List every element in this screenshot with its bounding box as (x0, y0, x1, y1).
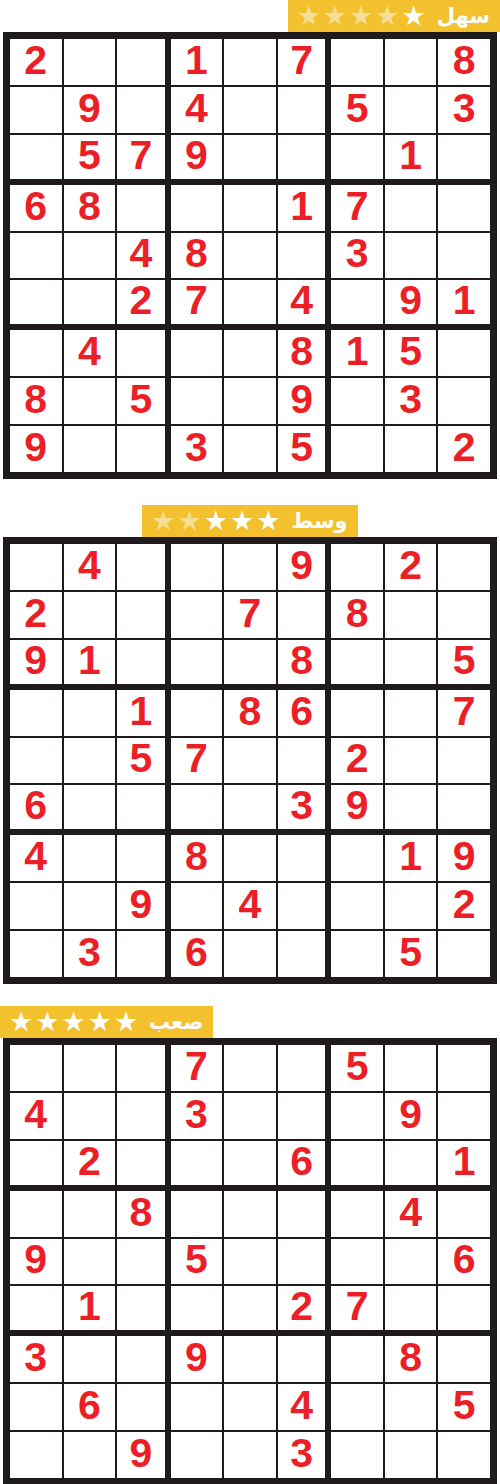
cell-r8c9[interactable]: 5 (437, 1383, 491, 1431)
cell-r6c9[interactable]: 1 (437, 279, 491, 329)
cell-r9c5[interactable] (223, 930, 277, 978)
cell-r4c9[interactable]: 7 (437, 689, 491, 737)
difficulty-stars: ★★★★★ (297, 1, 428, 31)
cell-r4c2[interactable] (63, 1190, 117, 1238)
cell-r7c3[interactable] (116, 329, 170, 377)
cell-r3c2[interactable]: 2 (63, 1140, 117, 1190)
cell-r9c3[interactable] (116, 425, 170, 473)
cell-r4c7[interactable]: 7 (330, 184, 384, 232)
cell-r2c6[interactable] (277, 591, 331, 639)
cell-r8c1[interactable] (9, 1383, 63, 1431)
cell-r9c4[interactable]: 3 (170, 425, 224, 473)
cell-r7c9[interactable] (437, 1335, 491, 1383)
cell-r6c9[interactable] (437, 1285, 491, 1335)
cell-r2c3[interactable] (116, 591, 170, 639)
cell-r5c3[interactable] (116, 1238, 170, 1286)
cell-r3c1[interactable] (9, 134, 63, 184)
cell-r2c7[interactable]: 8 (330, 591, 384, 639)
sudoku-page: ★★★★★ سهل 217894535791681748327491481585… (0, 0, 500, 1484)
cell-r6c7[interactable] (330, 279, 384, 329)
cell-r6c2[interactable] (63, 279, 117, 329)
cell-r7c9[interactable]: 9 (437, 834, 491, 882)
cell-r9c7[interactable] (330, 930, 384, 978)
cell-r9c4[interactable] (170, 1431, 224, 1479)
puzzle-easy: ★★★★★ سهل 217894535791681748327491481585… (0, 0, 500, 479)
cell-r6c8[interactable]: 9 (384, 279, 438, 329)
cell-r1c8[interactable] (384, 38, 438, 86)
cell-r1c7[interactable] (330, 38, 384, 86)
cell-r2c2[interactable] (63, 591, 117, 639)
difficulty-stars: ★★★★★ (151, 506, 282, 536)
cell-r1c9[interactable] (437, 543, 491, 591)
cell-r5c2[interactable] (63, 1238, 117, 1286)
cell-r2c9[interactable] (437, 1092, 491, 1140)
difficulty-label: صعب (149, 1007, 203, 1037)
cell-r3c5[interactable] (223, 639, 277, 689)
star-dim-icon: ★ (349, 1, 375, 31)
cell-r8c6[interactable] (277, 882, 331, 930)
cell-r4c6[interactable]: 1 (277, 184, 331, 232)
cell-r4c6[interactable]: 6 (277, 689, 331, 737)
difficulty-label: وسط (291, 506, 347, 536)
cell-r2c1[interactable] (9, 86, 63, 134)
cell-r8c4[interactable] (170, 882, 224, 930)
cell-r1c8[interactable] (384, 1044, 438, 1092)
cell-r1c1[interactable] (9, 543, 63, 591)
cell-r4c3[interactable]: 1 (116, 689, 170, 737)
cell-r5c6[interactable] (277, 232, 331, 280)
cell-r5c7[interactable]: 2 (330, 737, 384, 785)
cell-r8c1[interactable] (9, 882, 63, 930)
cell-r7c2[interactable] (63, 1335, 117, 1383)
cell-r3c3[interactable]: 7 (116, 134, 170, 184)
cell-r9c2[interactable] (63, 425, 117, 473)
banner-row-medium: ★★★★★ وسط (0, 505, 500, 537)
cell-r2c4[interactable] (170, 591, 224, 639)
cell-r9c9[interactable] (437, 1431, 491, 1479)
difficulty-banner: ★★★★★ وسط (142, 505, 357, 537)
cell-r9c4[interactable]: 6 (170, 930, 224, 978)
cell-r5c7[interactable] (330, 1238, 384, 1286)
cell-r4c1[interactable] (9, 689, 63, 737)
cell-r4c5[interactable] (223, 184, 277, 232)
cell-r1c2[interactable] (63, 1044, 117, 1092)
cell-r8c6[interactable]: 4 (277, 1383, 331, 1431)
cell-r6c8[interactable] (384, 1285, 438, 1335)
cell-r8c3[interactable]: 9 (116, 882, 170, 930)
cell-r7c6[interactable]: 8 (277, 329, 331, 377)
cell-r5c5[interactable] (223, 737, 277, 785)
cell-r5c4[interactable]: 8 (170, 232, 224, 280)
cell-r5c3[interactable]: 4 (116, 232, 170, 280)
star-filled-icon: ★ (88, 1007, 114, 1037)
cell-r2c8[interactable] (384, 86, 438, 134)
cell-r2c6[interactable] (277, 86, 331, 134)
cell-r3c2[interactable]: 1 (63, 639, 117, 689)
cell-r9c6[interactable] (277, 930, 331, 978)
cell-r6c5[interactable] (223, 1285, 277, 1335)
cell-r5c2[interactable] (63, 737, 117, 785)
cell-r9c1[interactable] (9, 930, 63, 978)
puzzle-medium: ★★★★★ وسط 492278918518675726394819942365 (0, 505, 500, 984)
cell-r3c4[interactable]: 9 (170, 134, 224, 184)
cell-r2c9[interactable] (437, 591, 491, 639)
cell-r6c5[interactable] (223, 784, 277, 834)
cell-r6c4[interactable]: 7 (170, 279, 224, 329)
cell-r5c7[interactable]: 3 (330, 232, 384, 280)
star-dim-icon: ★ (323, 1, 349, 31)
cell-r3c1[interactable] (9, 1140, 63, 1190)
star-filled-icon: ★ (114, 1007, 140, 1037)
difficulty-banner: ★★★★★ صعب (0, 1006, 213, 1038)
cell-r3c3[interactable] (116, 1140, 170, 1190)
cell-r2c5[interactable]: 7 (223, 591, 277, 639)
star-filled-icon: ★ (204, 506, 230, 536)
cell-r7c6[interactable] (277, 834, 331, 882)
cell-r8c8[interactable]: 3 (384, 377, 438, 425)
cell-r6c4[interactable] (170, 1285, 224, 1335)
cell-r4c9[interactable] (437, 184, 491, 232)
difficulty-label: سهل (437, 1, 490, 31)
cell-r4c1[interactable]: 6 (9, 184, 63, 232)
cell-r9c9[interactable]: 2 (437, 425, 491, 473)
cell-r7c4[interactable]: 9 (170, 1335, 224, 1383)
cell-r7c4[interactable]: 8 (170, 834, 224, 882)
cell-r1c1[interactable]: 2 (9, 38, 63, 86)
cell-r4c8[interactable]: 4 (384, 1190, 438, 1238)
cell-r5c5[interactable] (223, 232, 277, 280)
cell-r8c5[interactable]: 4 (223, 882, 277, 930)
cell-r7c8[interactable]: 1 (384, 834, 438, 882)
cell-r8c7[interactable] (330, 377, 384, 425)
cell-r8c4[interactable] (170, 377, 224, 425)
cell-r7c5[interactable] (223, 834, 277, 882)
cell-r8c6[interactable]: 9 (277, 377, 331, 425)
cell-r9c6[interactable]: 3 (277, 1431, 331, 1479)
cell-r9c5[interactable] (223, 1431, 277, 1479)
cell-r8c1[interactable]: 8 (9, 377, 63, 425)
cell-r9c3[interactable] (116, 930, 170, 978)
cell-r8c3[interactable]: 5 (116, 377, 170, 425)
cell-r7c4[interactable] (170, 329, 224, 377)
cell-r7c2[interactable] (63, 834, 117, 882)
cell-r6c7[interactable]: 7 (330, 1285, 384, 1335)
cell-r8c7[interactable] (330, 882, 384, 930)
cell-r6c3[interactable] (116, 1285, 170, 1335)
cell-r1c6[interactable]: 9 (277, 543, 331, 591)
cell-r7c1[interactable]: 3 (9, 1335, 63, 1383)
cell-r6c1[interactable] (9, 1285, 63, 1335)
cell-r1c5[interactable] (223, 543, 277, 591)
cell-r7c5[interactable] (223, 329, 277, 377)
cell-r7c3[interactable] (116, 834, 170, 882)
cell-r2c3[interactable] (116, 86, 170, 134)
cell-r4c4[interactable] (170, 1190, 224, 1238)
cell-r9c5[interactable] (223, 425, 277, 473)
cell-r5c4[interactable]: 7 (170, 737, 224, 785)
cell-r3c3[interactable] (116, 639, 170, 689)
cell-r7c8[interactable]: 8 (384, 1335, 438, 1383)
cell-r4c5[interactable] (223, 1190, 277, 1238)
cell-r8c4[interactable] (170, 1383, 224, 1431)
star-dim-icon: ★ (151, 506, 177, 536)
star-filled-icon: ★ (230, 506, 256, 536)
cell-r2c4[interactable]: 3 (170, 1092, 224, 1140)
cell-r1c4[interactable]: 1 (170, 38, 224, 86)
cell-r4c3[interactable] (116, 184, 170, 232)
cell-r6c2[interactable]: 1 (63, 1285, 117, 1335)
cell-r6c4[interactable] (170, 784, 224, 834)
cell-r9c8[interactable]: 5 (384, 930, 438, 978)
cell-r2c5[interactable] (223, 1092, 277, 1140)
cell-r3c6[interactable]: 6 (277, 1140, 331, 1190)
cell-r1c9[interactable] (437, 1044, 491, 1092)
cell-r4c5[interactable]: 8 (223, 689, 277, 737)
cell-r1c2[interactable]: 4 (63, 543, 117, 591)
cell-r8c9[interactable]: 2 (437, 882, 491, 930)
cell-r5c9[interactable] (437, 232, 491, 280)
cell-r1c1[interactable] (9, 1044, 63, 1092)
cell-r5c9[interactable] (437, 737, 491, 785)
cell-r3c8[interactable] (384, 639, 438, 689)
cell-r3c6[interactable]: 8 (277, 639, 331, 689)
cell-r3c7[interactable] (330, 134, 384, 184)
cell-r3c4[interactable] (170, 639, 224, 689)
cell-r1c7[interactable] (330, 543, 384, 591)
cell-r9c2[interactable]: 3 (63, 930, 117, 978)
cell-r5c6[interactable] (277, 737, 331, 785)
cell-r2c8[interactable]: 9 (384, 1092, 438, 1140)
cell-r8c7[interactable] (330, 1383, 384, 1431)
cell-r1c3[interactable] (116, 543, 170, 591)
cell-r7c2[interactable]: 4 (63, 329, 117, 377)
cell-r7c9[interactable] (437, 329, 491, 377)
difficulty-stars: ★★★★★ (9, 1007, 140, 1037)
cell-r3c8[interactable]: 1 (384, 134, 438, 184)
cell-r5c6[interactable] (277, 1238, 331, 1286)
cell-r6c3[interactable] (116, 784, 170, 834)
cell-r4c4[interactable] (170, 689, 224, 737)
cell-r2c1[interactable]: 2 (9, 591, 63, 639)
cell-r7c7[interactable]: 1 (330, 329, 384, 377)
banner-row-easy: ★★★★★ سهل (0, 0, 500, 32)
cell-r7c1[interactable]: 4 (9, 834, 63, 882)
cell-r2c6[interactable] (277, 1092, 331, 1140)
cell-r2c3[interactable] (116, 1092, 170, 1140)
cell-r5c1[interactable] (9, 232, 63, 280)
cell-r4c1[interactable] (9, 1190, 63, 1238)
cell-r9c2[interactable] (63, 1431, 117, 1479)
cell-r4c4[interactable] (170, 184, 224, 232)
cell-r2c1[interactable]: 4 (9, 1092, 63, 1140)
sudoku-board: 217894535791681748327491481585939352 (3, 32, 497, 479)
cell-r4c8[interactable] (384, 689, 438, 737)
cell-r5c4[interactable]: 5 (170, 1238, 224, 1286)
cell-r8c5[interactable] (223, 1383, 277, 1431)
star-filled-icon: ★ (256, 506, 282, 536)
cell-r3c7[interactable] (330, 1140, 384, 1190)
cell-r6c9[interactable] (437, 784, 491, 834)
cell-r1c4[interactable] (170, 543, 224, 591)
cell-r6c7[interactable]: 9 (330, 784, 384, 834)
cell-r2c4[interactable]: 4 (170, 86, 224, 134)
cell-r9c8[interactable] (384, 425, 438, 473)
cell-r2c8[interactable] (384, 591, 438, 639)
cell-r3c4[interactable] (170, 1140, 224, 1190)
star-filled-icon: ★ (402, 1, 428, 31)
cell-r6c3[interactable]: 2 (116, 279, 170, 329)
cell-r3c2[interactable]: 5 (63, 134, 117, 184)
cell-r3c1[interactable]: 9 (9, 639, 63, 689)
cell-r8c9[interactable] (437, 377, 491, 425)
cell-r7c1[interactable] (9, 329, 63, 377)
cell-r9c3[interactable]: 9 (116, 1431, 170, 1479)
cell-r5c1[interactable]: 9 (9, 1238, 63, 1286)
difficulty-banner: ★★★★★ سهل (288, 0, 500, 32)
cell-r6c6[interactable]: 2 (277, 1285, 331, 1335)
cell-r5c8[interactable] (384, 232, 438, 280)
cell-r7c5[interactable] (223, 1335, 277, 1383)
cell-r6c5[interactable] (223, 279, 277, 329)
cell-r1c7[interactable]: 5 (330, 1044, 384, 1092)
cell-r6c1[interactable]: 6 (9, 784, 63, 834)
section-spacer (0, 479, 500, 505)
cell-r9c1[interactable]: 9 (9, 425, 63, 473)
cell-r5c2[interactable] (63, 232, 117, 280)
cell-r6c6[interactable]: 4 (277, 279, 331, 329)
sudoku-board: 754392618495612739864593 (3, 1038, 497, 1484)
cell-r4c7[interactable] (330, 1190, 384, 1238)
cell-r5c8[interactable] (384, 737, 438, 785)
cell-r9c9[interactable] (437, 930, 491, 978)
cell-r2c9[interactable]: 3 (437, 86, 491, 134)
cell-r8c8[interactable] (384, 882, 438, 930)
cell-r3c7[interactable] (330, 639, 384, 689)
cell-r2c5[interactable] (223, 86, 277, 134)
cell-r8c2[interactable] (63, 377, 117, 425)
cell-r7c6[interactable] (277, 1335, 331, 1383)
cell-r9c8[interactable] (384, 1431, 438, 1479)
cell-r4c3[interactable]: 8 (116, 1190, 170, 1238)
cell-r3c8[interactable] (384, 1140, 438, 1190)
cell-r9c7[interactable] (330, 1431, 384, 1479)
cell-r1c2[interactable] (63, 38, 117, 86)
cell-r7c3[interactable] (116, 1335, 170, 1383)
cell-r4c8[interactable] (384, 184, 438, 232)
star-dim-icon: ★ (178, 506, 204, 536)
sudoku-board: 492278918518675726394819942365 (3, 537, 497, 984)
cell-r5c3[interactable]: 5 (116, 737, 170, 785)
cell-r1c4[interactable]: 7 (170, 1044, 224, 1092)
cell-r8c5[interactable] (223, 377, 277, 425)
cell-r8c2[interactable] (63, 882, 117, 930)
cell-r1c5[interactable] (223, 1044, 277, 1092)
cell-r7c7[interactable] (330, 1335, 384, 1383)
cell-r4c7[interactable] (330, 689, 384, 737)
star-filled-icon: ★ (61, 1007, 87, 1037)
star-dim-icon: ★ (297, 1, 323, 31)
cell-r4c2[interactable] (63, 689, 117, 737)
cell-r5c1[interactable] (9, 737, 63, 785)
cell-r6c2[interactable] (63, 784, 117, 834)
cell-r2c2[interactable]: 9 (63, 86, 117, 134)
cell-r7c8[interactable]: 5 (384, 329, 438, 377)
cell-r3c5[interactable] (223, 1140, 277, 1190)
banner-row-hard: ★★★★★ صعب (0, 1006, 500, 1038)
cell-r3c5[interactable] (223, 134, 277, 184)
cell-r6c6[interactable]: 3 (277, 784, 331, 834)
cell-r1c6[interactable] (277, 1044, 331, 1092)
cell-r1c6[interactable]: 7 (277, 38, 331, 86)
cell-r4c9[interactable] (437, 1190, 491, 1238)
cell-r2c2[interactable] (63, 1092, 117, 1140)
cell-r8c8[interactable] (384, 1383, 438, 1431)
cell-r7c7[interactable] (330, 834, 384, 882)
cell-r1c3[interactable] (116, 38, 170, 86)
star-filled-icon: ★ (35, 1007, 61, 1037)
cell-r5c8[interactable] (384, 1238, 438, 1286)
star-filled-icon: ★ (9, 1007, 35, 1037)
cell-r3c9[interactable] (437, 134, 491, 184)
cell-r3c9[interactable]: 1 (437, 1140, 491, 1190)
cell-r6c1[interactable] (9, 279, 63, 329)
cell-r5c9[interactable]: 6 (437, 1238, 491, 1286)
cell-r9c7[interactable] (330, 425, 384, 473)
cell-r1c8[interactable]: 2 (384, 543, 438, 591)
cell-r3c9[interactable]: 5 (437, 639, 491, 689)
cell-r5c5[interactable] (223, 1238, 277, 1286)
cell-r9c1[interactable] (9, 1431, 63, 1479)
cell-r9c6[interactable]: 5 (277, 425, 331, 473)
cell-r8c3[interactable] (116, 1383, 170, 1431)
cell-r1c3[interactable] (116, 1044, 170, 1092)
cell-r8c2[interactable]: 6 (63, 1383, 117, 1431)
section-spacer (0, 984, 500, 1006)
cell-r2c7[interactable] (330, 1092, 384, 1140)
cell-r1c9[interactable]: 8 (437, 38, 491, 86)
cell-r3c6[interactable] (277, 134, 331, 184)
star-dim-icon: ★ (375, 1, 401, 31)
cell-r4c2[interactable]: 8 (63, 184, 117, 232)
cell-r2c7[interactable]: 5 (330, 86, 384, 134)
puzzle-hard: ★★★★★ صعب 754392618495612739864593 (0, 1006, 500, 1484)
cell-r6c8[interactable] (384, 784, 438, 834)
cell-r1c5[interactable] (223, 38, 277, 86)
cell-r4c6[interactable] (277, 1190, 331, 1238)
